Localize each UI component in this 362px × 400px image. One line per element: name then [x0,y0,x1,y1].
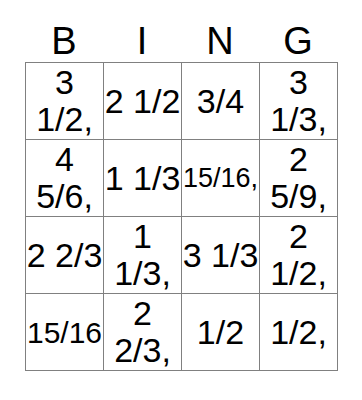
bingo-card: B I N G 3 1/2, 2 1/2 3/4 3 1/3, 4 5/6, 1… [0,0,362,400]
cell-r1c2[interactable]: 2 1/2 [104,63,182,140]
cell-r2c2[interactable]: 1 1/3 [104,140,182,217]
bingo-grid: 3 1/2, 2 1/2 3/4 3 1/3, 4 5/6, 1 1/3 15/… [25,62,338,371]
header-letter-g: G [259,18,337,64]
cell-r2c3[interactable]: 15/16, [182,140,260,217]
cell-r1c3[interactable]: 3/4 [182,63,260,140]
cell-r4c2[interactable]: 2 2/3, [104,294,182,371]
header-letter-n: N [181,18,259,64]
cell-r1c4[interactable]: 3 1/3, [260,63,338,140]
cell-r3c3[interactable]: 3 1/3 [182,217,260,294]
header-letter-i: I [103,18,181,64]
cell-r4c4[interactable]: 1/2, [260,294,338,371]
cell-r2c1[interactable]: 4 5/6, [26,140,104,217]
cell-r2c4[interactable]: 2 5/9, [260,140,338,217]
header-letter-b: B [25,18,103,64]
cell-r1c1[interactable]: 3 1/2, [26,63,104,140]
bingo-header: B I N G [25,18,339,64]
cell-r3c2[interactable]: 1 1/3, [104,217,182,294]
cell-r4c1[interactable]: 15/16 [26,294,104,371]
cell-r3c4[interactable]: 2 1/2, [260,217,338,294]
cell-r4c3[interactable]: 1/2 [182,294,260,371]
cell-r3c1[interactable]: 2 2/3 [26,217,104,294]
